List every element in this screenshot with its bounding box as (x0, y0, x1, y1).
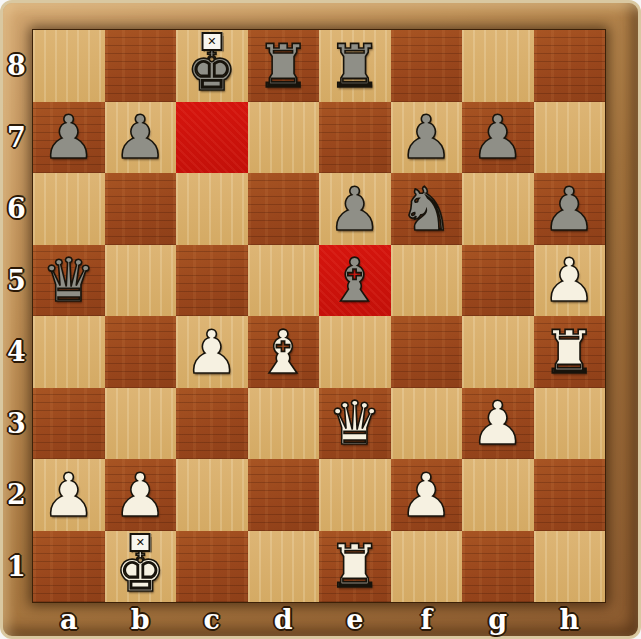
square-d3[interactable] (248, 388, 320, 460)
square-h3[interactable] (534, 388, 606, 460)
square-h2[interactable] (534, 459, 606, 531)
rank-label-6: 6 (0, 173, 33, 245)
white-rook-icon: ♜ (542, 322, 596, 382)
square-f1[interactable] (391, 531, 463, 603)
square-f5[interactable] (391, 245, 463, 317)
rank-label-4: 4 (0, 316, 33, 388)
square-g1[interactable] (462, 531, 534, 603)
file-label-h: h (534, 602, 606, 636)
square-e7[interactable] (319, 102, 391, 174)
square-b2[interactable]: ♟ (105, 459, 177, 531)
file-label-a: a (33, 602, 105, 636)
square-a7[interactable]: ♟ (33, 102, 105, 174)
square-g2[interactable] (462, 459, 534, 531)
square-c8[interactable]: ♚✕ (176, 30, 248, 102)
white-pawn-icon: ♟ (542, 250, 596, 310)
square-a4[interactable] (33, 316, 105, 388)
white-king-b1[interactable]: ♚✕ (105, 531, 177, 603)
rank-label-3: 3 (0, 388, 33, 460)
rank-label-1: 1 (0, 531, 33, 603)
square-d4[interactable]: ♝ (248, 316, 320, 388)
black-bishop-icon: ♝ (328, 250, 382, 310)
square-f4[interactable] (391, 316, 463, 388)
square-a5[interactable]: ♛ (33, 245, 105, 317)
square-b6[interactable] (105, 173, 177, 245)
black-rook-e8[interactable]: ♜ (319, 30, 391, 102)
king-cross-marker-icon: ✕ (130, 533, 151, 552)
file-labels: abcdefgh (33, 602, 605, 636)
white-bishop-icon: ♝ (256, 322, 310, 382)
black-bishop-e5[interactable]: ♝ (319, 245, 391, 317)
square-g4[interactable] (462, 316, 534, 388)
square-b7[interactable]: ♟ (105, 102, 177, 174)
square-d6[interactable] (248, 173, 320, 245)
square-d8[interactable]: ♜ (248, 30, 320, 102)
white-pawn-g3[interactable]: ♟ (462, 388, 534, 460)
black-knight-f6[interactable]: ♞ (391, 173, 463, 245)
rank-label-8: 8 (0, 30, 33, 102)
square-b8[interactable] (105, 30, 177, 102)
white-pawn-h5[interactable]: ♟ (534, 245, 606, 317)
square-a2[interactable]: ♟ (33, 459, 105, 531)
black-knight-icon: ♞ (399, 179, 453, 239)
rank-label-7: 7 (0, 102, 33, 174)
white-pawn-icon: ♟ (399, 465, 453, 525)
white-pawn-icon: ♟ (113, 465, 167, 525)
square-h5[interactable]: ♟ (534, 245, 606, 317)
square-g6[interactable] (462, 173, 534, 245)
square-d2[interactable] (248, 459, 320, 531)
black-pawn-icon: ♟ (328, 179, 382, 239)
black-rook-icon: ♜ (256, 36, 310, 96)
square-h7[interactable] (534, 102, 606, 174)
square-f7[interactable]: ♟ (391, 102, 463, 174)
king-cross-marker-icon: ✕ (201, 32, 222, 51)
chessboard: ♚✕♜♜♟♟♟♟♟♞♟♛♝♟♟♝♜♛♟♟♟♟♚✕♜ (33, 30, 605, 602)
square-d5[interactable] (248, 245, 320, 317)
black-pawn-icon: ♟ (471, 107, 525, 167)
white-rook-icon: ♜ (328, 536, 382, 596)
black-pawn-g7[interactable]: ♟ (462, 102, 534, 174)
square-a8[interactable] (33, 30, 105, 102)
square-b4[interactable] (105, 316, 177, 388)
square-b5[interactable] (105, 245, 177, 317)
white-bishop-d4[interactable]: ♝ (248, 316, 320, 388)
chess-app: ♚✕♜♜♟♟♟♟♟♞♟♛♝♟♟♝♜♛♟♟♟♟♚✕♜ 87654321 abcde… (0, 0, 641, 639)
square-g3[interactable]: ♟ (462, 388, 534, 460)
white-pawn-c4[interactable]: ♟ (176, 316, 248, 388)
square-d1[interactable] (248, 531, 320, 603)
square-c6[interactable] (176, 173, 248, 245)
white-pawn-icon: ♟ (471, 393, 525, 453)
file-label-f: f (391, 602, 463, 636)
white-queen-e3[interactable]: ♛ (319, 388, 391, 460)
square-e5[interactable]: ♝ (319, 245, 391, 317)
square-d7[interactable] (248, 102, 320, 174)
square-e6[interactable]: ♟ (319, 173, 391, 245)
square-f2[interactable]: ♟ (391, 459, 463, 531)
black-queen-a5[interactable]: ♛ (33, 245, 105, 317)
white-pawn-a2[interactable]: ♟ (33, 459, 105, 531)
square-a3[interactable] (33, 388, 105, 460)
black-pawn-icon: ♟ (399, 107, 453, 167)
white-pawn-b2[interactable]: ♟ (105, 459, 177, 531)
square-f6[interactable]: ♞ (391, 173, 463, 245)
black-king-icon: ♚ (187, 44, 236, 99)
square-h4[interactable]: ♜ (534, 316, 606, 388)
square-f8[interactable] (391, 30, 463, 102)
black-rook-icon: ♜ (328, 36, 382, 96)
square-e4[interactable] (319, 316, 391, 388)
square-f3[interactable] (391, 388, 463, 460)
rank-labels: 87654321 (0, 30, 33, 602)
rank-label-2: 2 (0, 459, 33, 531)
white-rook-e1[interactable]: ♜ (319, 531, 391, 603)
file-label-e: e (319, 602, 391, 636)
file-label-d: d (248, 602, 320, 636)
black-pawn-h6[interactable]: ♟ (534, 173, 606, 245)
black-pawn-a7[interactable]: ♟ (33, 102, 105, 174)
square-c4[interactable]: ♟ (176, 316, 248, 388)
square-a6[interactable] (33, 173, 105, 245)
square-c1[interactable] (176, 531, 248, 603)
black-queen-icon: ♛ (42, 250, 96, 310)
black-pawn-icon: ♟ (113, 107, 167, 167)
black-pawn-f7[interactable]: ♟ (391, 102, 463, 174)
square-e1[interactable]: ♜ (319, 531, 391, 603)
black-pawn-icon: ♟ (42, 107, 96, 167)
file-label-b: b (105, 602, 177, 636)
square-g8[interactable] (462, 30, 534, 102)
square-h6[interactable]: ♟ (534, 173, 606, 245)
black-rook-d8[interactable]: ♜ (248, 30, 320, 102)
black-pawn-e6[interactable]: ♟ (319, 173, 391, 245)
square-c3[interactable] (176, 388, 248, 460)
square-e8[interactable]: ♜ (319, 30, 391, 102)
square-b3[interactable] (105, 388, 177, 460)
white-king-icon: ♚ (116, 545, 165, 600)
white-rook-h4[interactable]: ♜ (534, 316, 606, 388)
square-g7[interactable]: ♟ (462, 102, 534, 174)
rank-label-5: 5 (0, 245, 33, 317)
black-pawn-icon: ♟ (542, 179, 596, 239)
black-king-c8[interactable]: ♚✕ (176, 30, 248, 102)
square-a1[interactable] (33, 531, 105, 603)
square-c5[interactable] (176, 245, 248, 317)
square-h8[interactable] (534, 30, 606, 102)
square-c7[interactable] (176, 102, 248, 174)
square-c2[interactable] (176, 459, 248, 531)
square-b1[interactable]: ♚✕ (105, 531, 177, 603)
square-g5[interactable] (462, 245, 534, 317)
black-pawn-b7[interactable]: ♟ (105, 102, 177, 174)
file-label-c: c (176, 602, 248, 636)
square-e2[interactable] (319, 459, 391, 531)
white-pawn-f2[interactable]: ♟ (391, 459, 463, 531)
square-e3[interactable]: ♛ (319, 388, 391, 460)
white-pawn-icon: ♟ (185, 322, 239, 382)
white-queen-icon: ♛ (328, 393, 382, 453)
white-pawn-icon: ♟ (42, 465, 96, 525)
square-h1[interactable] (534, 531, 606, 603)
file-label-g: g (462, 602, 534, 636)
